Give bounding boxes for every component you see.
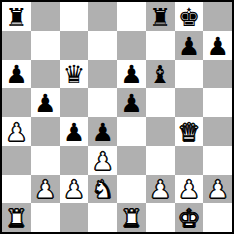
square-g1[interactable]: ♚: [175, 203, 204, 232]
square-d8[interactable]: [88, 2, 117, 31]
black-pawn-icon[interactable]: ♟: [178, 34, 200, 59]
square-g3[interactable]: [175, 146, 204, 175]
square-c4[interactable]: ♟: [60, 117, 89, 146]
square-b7[interactable]: [31, 31, 60, 60]
square-g2[interactable]: ♟: [175, 175, 204, 204]
square-g4[interactable]: ♛: [175, 117, 204, 146]
square-g6[interactable]: [175, 60, 204, 89]
black-bishop-icon[interactable]: ♝: [149, 62, 171, 87]
square-c2[interactable]: ♟: [60, 175, 89, 204]
black-rook-icon[interactable]: ♜: [149, 5, 171, 30]
square-e8[interactable]: [117, 2, 146, 31]
square-h8[interactable]: [203, 2, 232, 31]
square-b6[interactable]: [31, 60, 60, 89]
square-f2[interactable]: ♟: [146, 175, 175, 204]
square-g5[interactable]: [175, 88, 204, 117]
square-e1[interactable]: ♜: [117, 203, 146, 232]
square-a7[interactable]: [2, 31, 31, 60]
square-a5[interactable]: [2, 88, 31, 117]
square-h2[interactable]: ♟: [203, 175, 232, 204]
square-a3[interactable]: [2, 146, 31, 175]
square-f7[interactable]: [146, 31, 175, 60]
white-rook-icon[interactable]: ♜: [5, 206, 27, 231]
square-f3[interactable]: [146, 146, 175, 175]
square-d3[interactable]: ♟: [88, 146, 117, 175]
black-pawn-icon[interactable]: ♟: [63, 120, 85, 145]
square-f4[interactable]: [146, 117, 175, 146]
square-b8[interactable]: [31, 2, 60, 31]
black-rook-icon[interactable]: ♜: [5, 5, 27, 30]
chess-board: ♜♜♚♟♟♟♛♟♝♟♟♟♟♟♛♟♟♟♞♟♟♟♜♜♚: [0, 0, 234, 234]
square-b3[interactable]: [31, 146, 60, 175]
square-e6[interactable]: ♟: [117, 60, 146, 89]
white-king-icon[interactable]: ♚: [178, 206, 200, 231]
square-b1[interactable]: [31, 203, 60, 232]
square-h3[interactable]: [203, 146, 232, 175]
square-a8[interactable]: ♜: [2, 2, 31, 31]
square-f5[interactable]: [146, 88, 175, 117]
black-pawn-icon[interactable]: ♟: [120, 91, 142, 116]
white-queen-icon[interactable]: ♛: [178, 120, 200, 145]
square-b4[interactable]: [31, 117, 60, 146]
square-b5[interactable]: ♟: [31, 88, 60, 117]
square-c6[interactable]: ♛: [60, 60, 89, 89]
square-g7[interactable]: ♟: [175, 31, 204, 60]
white-pawn-icon[interactable]: ♟: [91, 149, 113, 174]
square-e2[interactable]: [117, 175, 146, 204]
black-pawn-icon[interactable]: ♟: [120, 62, 142, 87]
square-c8[interactable]: [60, 2, 89, 31]
white-pawn-icon[interactable]: ♟: [34, 177, 56, 202]
white-pawn-icon[interactable]: ♟: [5, 120, 27, 145]
square-e5[interactable]: ♟: [117, 88, 146, 117]
white-pawn-icon[interactable]: ♟: [206, 177, 228, 202]
square-f6[interactable]: ♝: [146, 60, 175, 89]
black-queen-icon[interactable]: ♛: [63, 62, 85, 87]
square-h7[interactable]: ♟: [203, 31, 232, 60]
square-d4[interactable]: ♟: [88, 117, 117, 146]
white-pawn-icon[interactable]: ♟: [178, 177, 200, 202]
white-knight-icon[interactable]: ♞: [91, 177, 113, 202]
square-e3[interactable]: [117, 146, 146, 175]
black-pawn-icon[interactable]: ♟: [91, 120, 113, 145]
square-d6[interactable]: [88, 60, 117, 89]
square-e4[interactable]: [117, 117, 146, 146]
black-pawn-icon[interactable]: ♟: [206, 34, 228, 59]
square-a2[interactable]: [2, 175, 31, 204]
square-f1[interactable]: [146, 203, 175, 232]
square-h5[interactable]: [203, 88, 232, 117]
black-king-icon[interactable]: ♚: [178, 5, 200, 30]
square-d1[interactable]: [88, 203, 117, 232]
white-pawn-icon[interactable]: ♟: [63, 177, 85, 202]
square-h6[interactable]: [203, 60, 232, 89]
square-a6[interactable]: ♟: [2, 60, 31, 89]
square-a1[interactable]: ♜: [2, 203, 31, 232]
square-b2[interactable]: ♟: [31, 175, 60, 204]
square-e7[interactable]: [117, 31, 146, 60]
square-h4[interactable]: [203, 117, 232, 146]
square-c7[interactable]: [60, 31, 89, 60]
square-g8[interactable]: ♚: [175, 2, 204, 31]
square-c5[interactable]: [60, 88, 89, 117]
black-pawn-icon[interactable]: ♟: [5, 62, 27, 87]
square-d7[interactable]: [88, 31, 117, 60]
square-h1[interactable]: [203, 203, 232, 232]
white-pawn-icon[interactable]: ♟: [149, 177, 171, 202]
square-f8[interactable]: ♜: [146, 2, 175, 31]
square-c1[interactable]: [60, 203, 89, 232]
square-d5[interactable]: [88, 88, 117, 117]
black-pawn-icon[interactable]: ♟: [34, 91, 56, 116]
square-c3[interactable]: [60, 146, 89, 175]
square-a4[interactable]: ♟: [2, 117, 31, 146]
square-d2[interactable]: ♞: [88, 175, 117, 204]
white-rook-icon[interactable]: ♜: [120, 206, 142, 231]
